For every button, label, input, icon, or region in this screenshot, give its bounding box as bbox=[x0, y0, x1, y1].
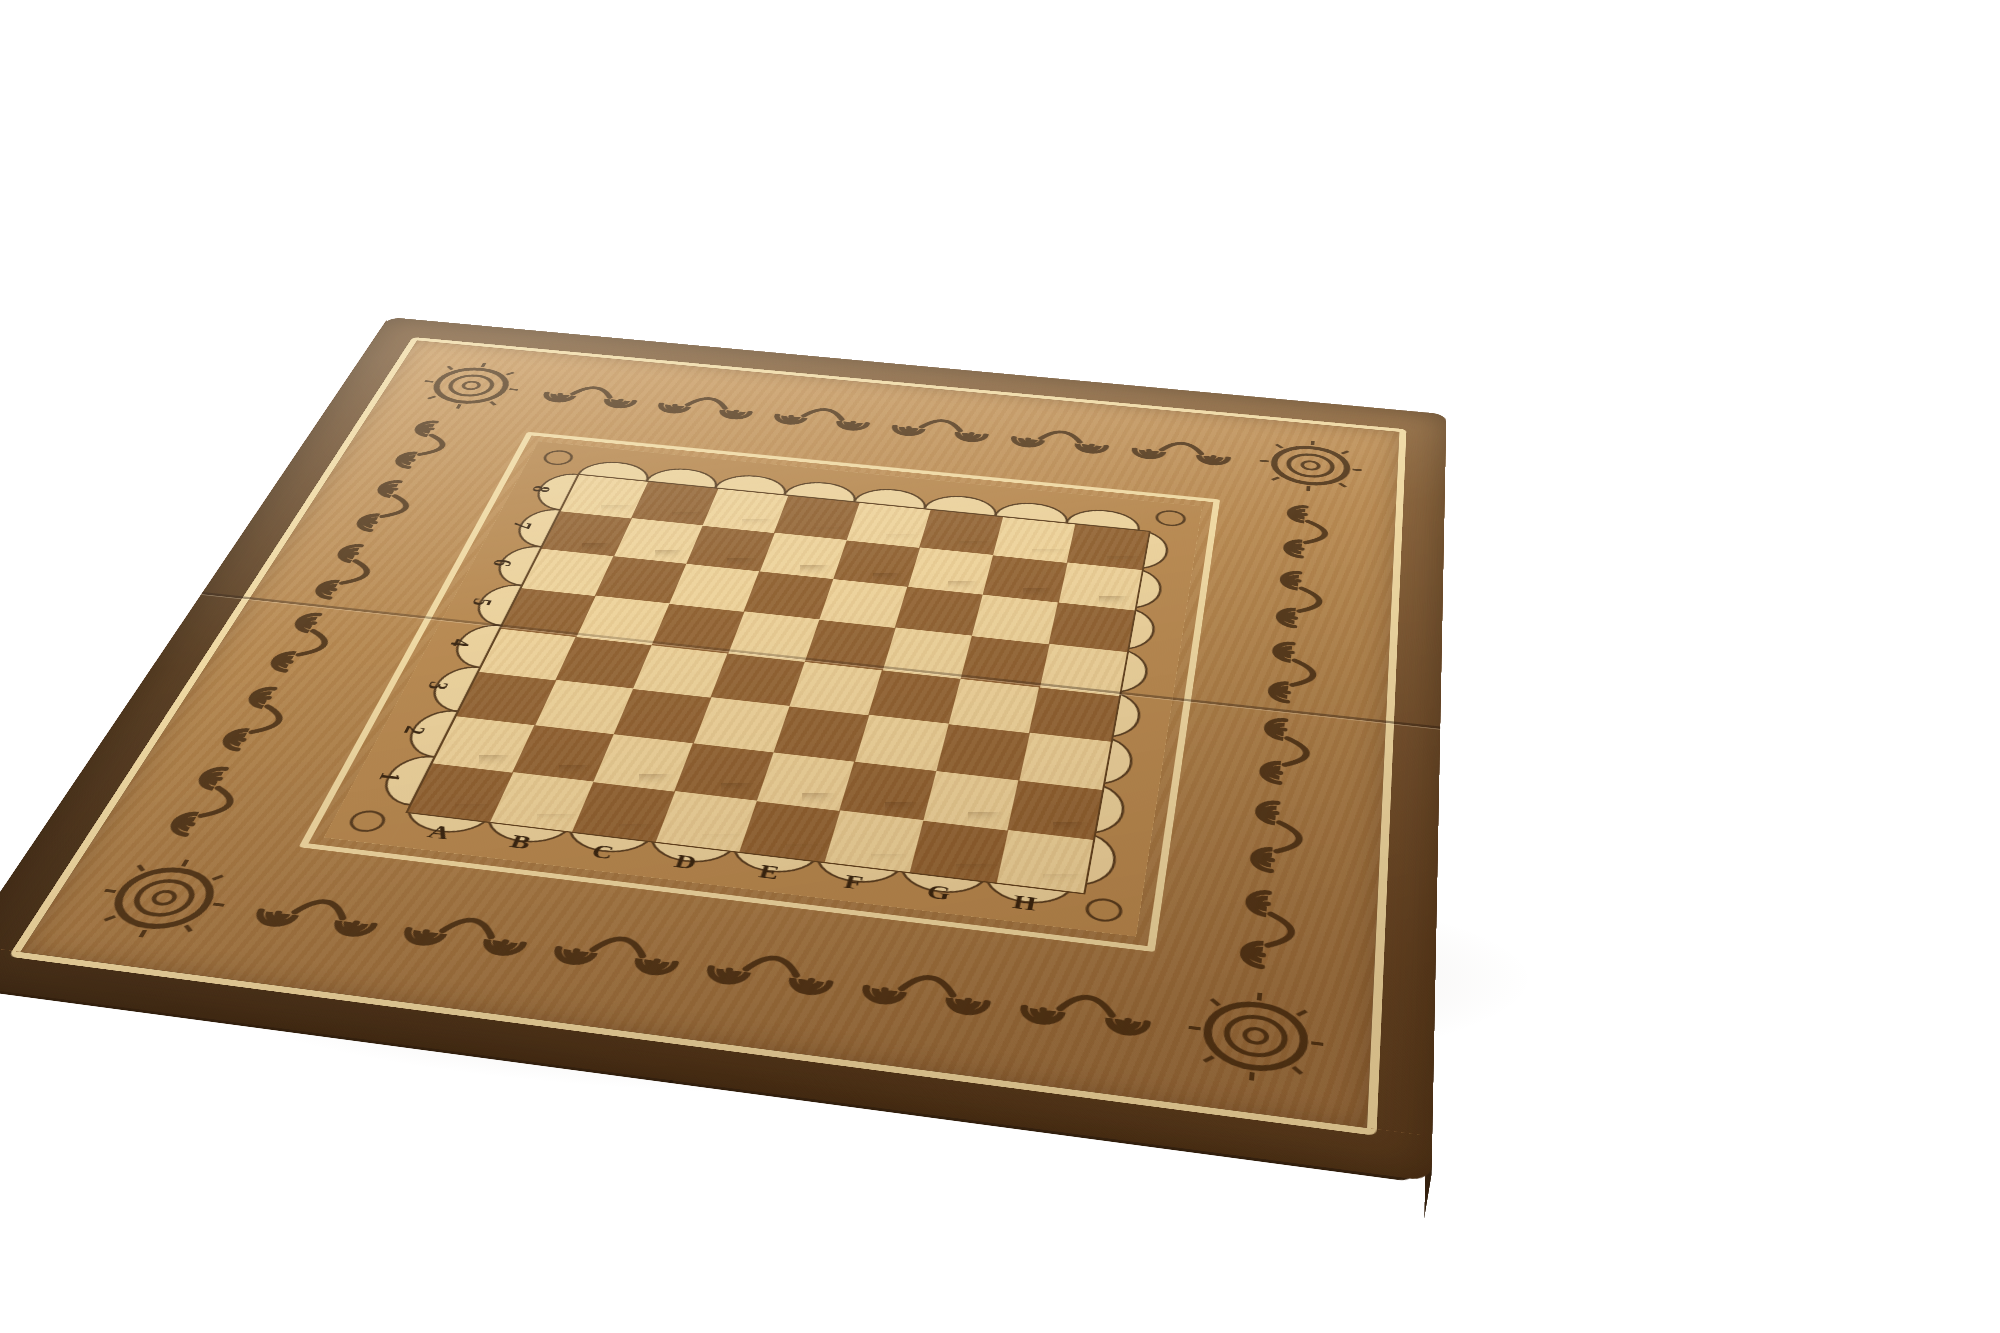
perspective-wrapper: 87654321 ABCDEFGH ♜♞♝♚♛♝♞♜♟♟♟♟♟♟♟♟♟♟♟♟♟♟… bbox=[32, 359, 1569, 1087]
file-label: F bbox=[842, 872, 865, 894]
game-board: 87654321 ABCDEFGH ♜♞♝♚♛♝♞♜♟♟♟♟♟♟♟♟♟♟♟♟♟♟… bbox=[0, 317, 1447, 1182]
file-label: B bbox=[507, 832, 535, 853]
rank-label: 2 bbox=[398, 725, 431, 736]
rank-label: 1 bbox=[373, 771, 407, 783]
file-label: E bbox=[756, 861, 782, 883]
rank-label: 8 bbox=[527, 485, 556, 494]
file-label: G bbox=[925, 881, 953, 904]
file-label: H bbox=[1011, 892, 1038, 915]
product-photo-scene: 87654321 ABCDEFGH ♜♞♝♚♛♝♞♜♟♟♟♟♟♟♟♟♟♟♟♟♟♟… bbox=[0, 0, 2000, 1333]
file-label: C bbox=[589, 841, 617, 862]
file-label: A bbox=[425, 822, 455, 843]
